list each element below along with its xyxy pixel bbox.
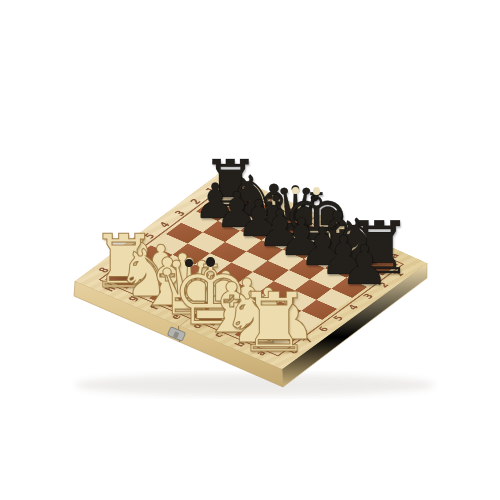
product-photo: hgfedcba hgfedcba 12345678 12345678 ♜♞♝♚… [0,0,500,500]
board-drop-shadow [75,374,435,396]
